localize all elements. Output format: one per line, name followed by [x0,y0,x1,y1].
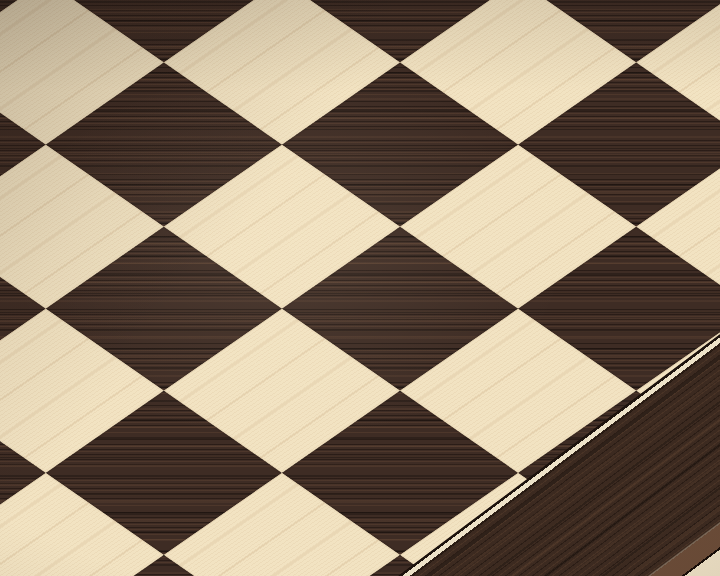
chessboard-photo [0,0,720,576]
